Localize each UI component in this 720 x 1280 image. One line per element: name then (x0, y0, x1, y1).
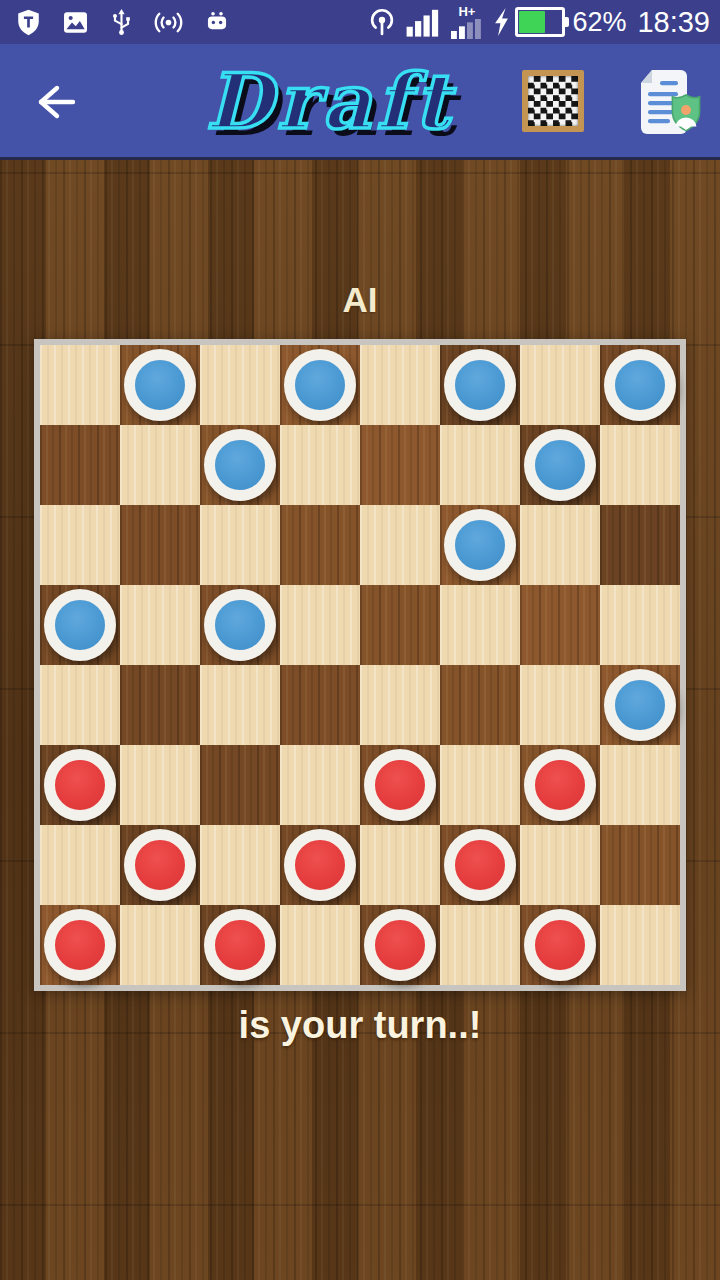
square-r1c2[interactable] (200, 425, 280, 505)
battery-icon (515, 7, 565, 37)
square-r6c4[interactable] (360, 825, 440, 905)
red-piece[interactable] (524, 909, 596, 981)
square-r7c5[interactable] (440, 905, 520, 985)
battery-percent: 62% (572, 7, 626, 38)
blue-piece[interactable] (284, 349, 356, 421)
blue-piece[interactable] (124, 349, 196, 421)
opponent-label: AI (0, 280, 720, 320)
square-r5c6[interactable] (520, 745, 600, 825)
shield-icon (14, 8, 43, 37)
tethering-icon (366, 6, 398, 38)
square-r4c1[interactable] (120, 665, 200, 745)
red-piece[interactable] (44, 909, 116, 981)
red-piece[interactable] (364, 909, 436, 981)
square-r2c0[interactable] (40, 505, 120, 585)
checkerboard-icon[interactable] (522, 70, 584, 132)
square-r7c7[interactable] (600, 905, 680, 985)
square-r0c5[interactable] (440, 345, 520, 425)
square-r4c0[interactable] (40, 665, 120, 745)
square-r6c1[interactable] (120, 825, 200, 905)
square-r3c1[interactable] (120, 585, 200, 665)
square-r1c3[interactable] (280, 425, 360, 505)
square-r4c7[interactable] (600, 665, 680, 745)
square-r2c7[interactable] (600, 505, 680, 585)
square-r7c0[interactable] (40, 905, 120, 985)
red-piece[interactable] (204, 909, 276, 981)
square-r2c3[interactable] (280, 505, 360, 585)
square-r2c6[interactable] (520, 505, 600, 585)
hotspot-icon (152, 8, 185, 37)
square-r7c1[interactable] (120, 905, 200, 985)
square-r5c2[interactable] (200, 745, 280, 825)
red-piece[interactable] (444, 829, 516, 901)
blue-piece[interactable] (444, 509, 516, 581)
battery-fill (519, 11, 545, 33)
usb-icon (108, 7, 135, 38)
square-r2c2[interactable] (200, 505, 280, 585)
red-piece[interactable] (284, 829, 356, 901)
blue-piece[interactable] (444, 349, 516, 421)
checkers-board (34, 339, 686, 991)
square-r6c7[interactable] (600, 825, 680, 905)
square-r5c5[interactable] (440, 745, 520, 825)
square-r3c4[interactable] (360, 585, 440, 665)
blue-piece[interactable] (604, 669, 676, 741)
square-r5c1[interactable] (120, 745, 200, 825)
clock: 18:39 (637, 6, 710, 39)
square-r7c3[interactable] (280, 905, 360, 985)
square-r7c4[interactable] (360, 905, 440, 985)
square-r4c6[interactable] (520, 665, 600, 745)
square-r6c0[interactable] (40, 825, 120, 905)
square-r1c0[interactable] (40, 425, 120, 505)
square-r1c1[interactable] (120, 425, 200, 505)
square-r4c2[interactable] (200, 665, 280, 745)
blue-piece[interactable] (204, 589, 276, 661)
mobile-data-icon: H+ (449, 5, 485, 39)
android-icon (202, 8, 232, 37)
red-piece[interactable] (44, 749, 116, 821)
square-r6c6[interactable] (520, 825, 600, 905)
square-r3c0[interactable] (40, 585, 120, 665)
square-r5c0[interactable] (40, 745, 120, 825)
square-r4c3[interactable] (280, 665, 360, 745)
blue-piece[interactable] (604, 349, 676, 421)
square-r5c3[interactable] (280, 745, 360, 825)
status-bar-right: H+ 62% 18:39 (366, 5, 710, 39)
square-r1c5[interactable] (440, 425, 520, 505)
phone-screen: H+ 62% 18:39 Draft (0, 0, 720, 1280)
charging-bolt-icon (492, 8, 511, 36)
square-r1c7[interactable] (600, 425, 680, 505)
square-r7c2[interactable] (200, 905, 280, 985)
app-title-logo: Draft (206, 56, 454, 145)
blue-piece[interactable] (44, 589, 116, 661)
square-r5c7[interactable] (600, 745, 680, 825)
square-r3c7[interactable] (600, 585, 680, 665)
square-r0c2[interactable] (200, 345, 280, 425)
square-r1c6[interactable] (520, 425, 600, 505)
blue-piece[interactable] (524, 429, 596, 501)
square-r6c3[interactable] (280, 825, 360, 905)
square-r2c4[interactable] (360, 505, 440, 585)
square-r5c4[interactable] (360, 745, 440, 825)
signal-icon (405, 7, 442, 38)
red-piece[interactable] (524, 749, 596, 821)
square-r0c7[interactable] (600, 345, 680, 425)
status-bar: H+ 62% 18:39 (0, 0, 720, 44)
app-bar: Draft (0, 44, 720, 160)
square-r4c4[interactable] (360, 665, 440, 745)
square-r3c5[interactable] (440, 585, 520, 665)
square-r3c6[interactable] (520, 585, 600, 665)
network-type-label: H+ (458, 4, 475, 19)
turn-message: is your turn..! (0, 1004, 720, 1047)
square-r2c5[interactable] (440, 505, 520, 585)
red-piece[interactable] (364, 749, 436, 821)
square-r1c4[interactable] (360, 425, 440, 505)
square-r0c3[interactable] (280, 345, 360, 425)
square-r3c3[interactable] (280, 585, 360, 665)
square-r3c2[interactable] (200, 585, 280, 665)
red-piece[interactable] (124, 829, 196, 901)
square-r4c5[interactable] (440, 665, 520, 745)
gallery-icon (60, 8, 91, 37)
square-r7c6[interactable] (520, 905, 600, 985)
square-r6c2[interactable] (200, 825, 280, 905)
square-r2c1[interactable] (120, 505, 200, 585)
square-r0c1[interactable] (120, 345, 200, 425)
blue-piece[interactable] (204, 429, 276, 501)
saved-document-icon[interactable] (632, 66, 702, 140)
back-button[interactable] (30, 78, 82, 126)
square-r0c4[interactable] (360, 345, 440, 425)
square-r0c0[interactable] (40, 345, 120, 425)
square-r0c6[interactable] (520, 345, 600, 425)
square-r6c5[interactable] (440, 825, 520, 905)
